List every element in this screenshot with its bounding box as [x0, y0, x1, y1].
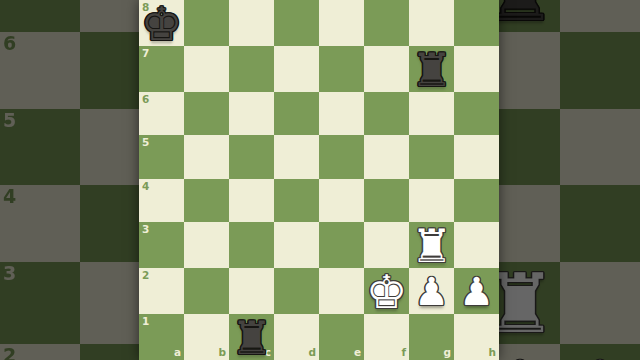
- square-d2[interactable]: [274, 268, 319, 314]
- rank-label: 7: [142, 48, 149, 59]
- rank-label: 5: [142, 137, 149, 148]
- square-f5[interactable]: [364, 135, 409, 178]
- file-label: d: [308, 347, 316, 358]
- piece-black-rook[interactable]: ♜: [231, 315, 272, 360]
- rank-label: 5: [3, 111, 16, 130]
- square-a2: 2: [0, 344, 80, 360]
- square-a5: 5: [0, 109, 80, 186]
- square-b4[interactable]: [184, 179, 229, 222]
- square-g5[interactable]: [409, 135, 454, 178]
- file-label: b: [218, 347, 226, 358]
- rank-label: 2: [142, 270, 149, 281]
- square-b2[interactable]: [184, 268, 229, 314]
- rank-label: 4: [142, 181, 149, 192]
- square-c6[interactable]: [229, 92, 274, 135]
- square-b7[interactable]: [184, 46, 229, 92]
- rank-label: 1: [142, 316, 149, 327]
- square-b5[interactable]: [184, 135, 229, 178]
- square-a3: 3: [0, 262, 80, 344]
- square-f6[interactable]: [364, 92, 409, 135]
- file-label: h: [489, 347, 496, 358]
- square-a8[interactable]: 8♚: [139, 0, 184, 46]
- square-c5[interactable]: [229, 135, 274, 178]
- square-a2[interactable]: 2: [139, 268, 184, 314]
- square-f8[interactable]: [364, 0, 409, 46]
- square-e4[interactable]: [319, 179, 364, 222]
- square-h2: ♟: [560, 344, 640, 360]
- file-label: a: [174, 347, 181, 358]
- piece-white-pawn[interactable]: ♟: [459, 273, 494, 312]
- square-e6[interactable]: [319, 92, 364, 135]
- square-f2[interactable]: ♚: [364, 268, 409, 314]
- square-a6: 6: [0, 32, 80, 109]
- square-a7[interactable]: 7: [139, 46, 184, 92]
- square-c2[interactable]: [229, 268, 274, 314]
- square-b6[interactable]: [184, 92, 229, 135]
- square-g3[interactable]: ♜: [409, 222, 454, 268]
- square-h3: [560, 262, 640, 344]
- square-f7[interactable]: [364, 46, 409, 92]
- piece-black-king[interactable]: ♚: [141, 1, 182, 47]
- piece-black-rook[interactable]: ♜: [411, 47, 452, 93]
- square-h6: [560, 32, 640, 109]
- square-h1[interactable]: h: [454, 314, 499, 360]
- square-e5[interactable]: [319, 135, 364, 178]
- file-label: e: [354, 347, 361, 358]
- rank-label: 3: [3, 264, 16, 283]
- square-e3[interactable]: [319, 222, 364, 268]
- square-d8[interactable]: [274, 0, 319, 46]
- square-b8[interactable]: [184, 0, 229, 46]
- square-a7: 7: [0, 0, 80, 32]
- square-e8[interactable]: [319, 0, 364, 46]
- square-a1[interactable]: 1a: [139, 314, 184, 360]
- square-h8[interactable]: [454, 0, 499, 46]
- square-a4: 4: [0, 185, 80, 262]
- square-c1[interactable]: c♜: [229, 314, 274, 360]
- square-h2[interactable]: ♟: [454, 268, 499, 314]
- square-a4[interactable]: 4: [139, 179, 184, 222]
- square-h3[interactable]: [454, 222, 499, 268]
- square-d5[interactable]: [274, 135, 319, 178]
- rank-label: 6: [3, 34, 16, 53]
- piece-white-pawn[interactable]: ♟: [414, 273, 449, 312]
- square-a5[interactable]: 5: [139, 135, 184, 178]
- square-h4: [560, 185, 640, 262]
- square-g1[interactable]: g: [409, 314, 454, 360]
- square-h4[interactable]: [454, 179, 499, 222]
- square-d1[interactable]: d: [274, 314, 319, 360]
- rank-label: 2: [3, 346, 16, 360]
- square-b3[interactable]: [184, 222, 229, 268]
- square-b1[interactable]: b: [184, 314, 229, 360]
- square-f4[interactable]: [364, 179, 409, 222]
- video-frame: 8♚7♜6543♜2♚♟♟1abc♜defgh 8♚7♜6543♜2♚♟♟1ab…: [0, 0, 640, 360]
- square-f1[interactable]: f: [364, 314, 409, 360]
- square-h7: [560, 0, 640, 32]
- square-c7[interactable]: [229, 46, 274, 92]
- square-d6[interactable]: [274, 92, 319, 135]
- square-d3[interactable]: [274, 222, 319, 268]
- square-g6[interactable]: [409, 92, 454, 135]
- square-d4[interactable]: [274, 179, 319, 222]
- rank-label: 3: [142, 224, 149, 235]
- square-c3[interactable]: [229, 222, 274, 268]
- square-a6[interactable]: 6: [139, 92, 184, 135]
- square-e7[interactable]: [319, 46, 364, 92]
- square-h7[interactable]: [454, 46, 499, 92]
- square-c4[interactable]: [229, 179, 274, 222]
- square-c8[interactable]: [229, 0, 274, 46]
- square-d7[interactable]: [274, 46, 319, 92]
- square-h5: [560, 109, 640, 186]
- square-g4[interactable]: [409, 179, 454, 222]
- piece-white-king[interactable]: ♚: [366, 269, 407, 315]
- rank-label: 6: [142, 94, 149, 105]
- piece-white-rook[interactable]: ♜: [411, 223, 452, 269]
- rank-label: 4: [3, 187, 16, 206]
- square-g8[interactable]: [409, 0, 454, 46]
- square-g2[interactable]: ♟: [409, 268, 454, 314]
- square-g7[interactable]: ♜: [409, 46, 454, 92]
- square-e2[interactable]: [319, 268, 364, 314]
- square-a3[interactable]: 3: [139, 222, 184, 268]
- square-e1[interactable]: e: [319, 314, 364, 360]
- chess-board[interactable]: 8♚7♜6543♜2♚♟♟1abc♜defgh: [139, 0, 499, 360]
- square-h6[interactable]: [454, 92, 499, 135]
- square-f3[interactable]: [364, 222, 409, 268]
- file-label: f: [401, 347, 406, 358]
- piece-white-pawn: ♟: [569, 352, 631, 360]
- file-label: g: [443, 347, 451, 358]
- square-h5[interactable]: [454, 135, 499, 178]
